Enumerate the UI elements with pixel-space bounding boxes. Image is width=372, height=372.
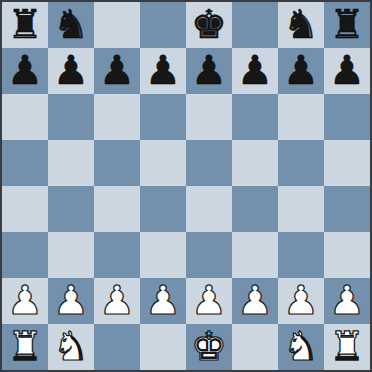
square-b3[interactable]: [48, 232, 94, 278]
square-f5[interactable]: [232, 140, 278, 186]
black-pawn[interactable]: ♟: [237, 47, 273, 93]
square-g4[interactable]: [278, 186, 324, 232]
square-h2[interactable]: ♟: [324, 278, 370, 324]
square-a4[interactable]: [2, 186, 48, 232]
white-king[interactable]: ♚: [191, 323, 227, 369]
square-c7[interactable]: ♟: [94, 48, 140, 94]
black-pawn[interactable]: ♟: [191, 47, 227, 93]
square-d5[interactable]: [140, 140, 186, 186]
square-c1[interactable]: [94, 324, 140, 370]
square-h5[interactable]: [324, 140, 370, 186]
square-h6[interactable]: [324, 94, 370, 140]
black-pawn[interactable]: ♟: [145, 47, 181, 93]
square-d2[interactable]: ♟: [140, 278, 186, 324]
black-pawn[interactable]: ♟: [53, 47, 89, 93]
square-b8[interactable]: ♞: [48, 2, 94, 48]
square-f8[interactable]: [232, 2, 278, 48]
square-h7[interactable]: ♟: [324, 48, 370, 94]
square-h1[interactable]: ♜: [324, 324, 370, 370]
square-a2[interactable]: ♟: [2, 278, 48, 324]
square-a3[interactable]: [2, 232, 48, 278]
white-pawn[interactable]: ♟: [191, 277, 227, 323]
white-pawn[interactable]: ♟: [7, 277, 43, 323]
square-e2[interactable]: ♟: [186, 278, 232, 324]
white-pawn[interactable]: ♟: [237, 277, 273, 323]
square-e1[interactable]: ♚: [186, 324, 232, 370]
black-pawn[interactable]: ♟: [329, 47, 365, 93]
square-b4[interactable]: [48, 186, 94, 232]
square-c8[interactable]: [94, 2, 140, 48]
square-c3[interactable]: [94, 232, 140, 278]
square-h4[interactable]: [324, 186, 370, 232]
white-pawn[interactable]: ♟: [329, 277, 365, 323]
square-c5[interactable]: [94, 140, 140, 186]
chess-board: ♜♞♚♞♜♟♟♟♟♟♟♟♟♟♟♟♟♟♟♟♟♜♞♚♞♜: [0, 0, 372, 372]
square-e7[interactable]: ♟: [186, 48, 232, 94]
white-knight[interactable]: ♞: [53, 323, 89, 369]
black-knight[interactable]: ♞: [53, 1, 89, 47]
square-a6[interactable]: [2, 94, 48, 140]
square-c4[interactable]: [94, 186, 140, 232]
square-f6[interactable]: [232, 94, 278, 140]
square-g3[interactable]: [278, 232, 324, 278]
square-a8[interactable]: ♜: [2, 2, 48, 48]
black-pawn[interactable]: ♟: [283, 47, 319, 93]
black-king[interactable]: ♚: [191, 1, 227, 47]
square-g8[interactable]: ♞: [278, 2, 324, 48]
square-e5[interactable]: [186, 140, 232, 186]
square-a7[interactable]: ♟: [2, 48, 48, 94]
black-pawn[interactable]: ♟: [7, 47, 43, 93]
square-e4[interactable]: [186, 186, 232, 232]
square-h8[interactable]: ♜: [324, 2, 370, 48]
white-pawn[interactable]: ♟: [283, 277, 319, 323]
square-e8[interactable]: ♚: [186, 2, 232, 48]
square-b5[interactable]: [48, 140, 94, 186]
square-a5[interactable]: [2, 140, 48, 186]
square-d7[interactable]: ♟: [140, 48, 186, 94]
square-b2[interactable]: ♟: [48, 278, 94, 324]
square-h3[interactable]: [324, 232, 370, 278]
square-d4[interactable]: [140, 186, 186, 232]
square-b7[interactable]: ♟: [48, 48, 94, 94]
square-b1[interactable]: ♞: [48, 324, 94, 370]
white-pawn[interactable]: ♟: [145, 277, 181, 323]
square-f2[interactable]: ♟: [232, 278, 278, 324]
square-g1[interactable]: ♞: [278, 324, 324, 370]
square-g6[interactable]: [278, 94, 324, 140]
square-f7[interactable]: ♟: [232, 48, 278, 94]
square-f4[interactable]: [232, 186, 278, 232]
square-e6[interactable]: [186, 94, 232, 140]
square-f1[interactable]: [232, 324, 278, 370]
square-d6[interactable]: [140, 94, 186, 140]
square-d3[interactable]: [140, 232, 186, 278]
square-d8[interactable]: [140, 2, 186, 48]
square-c6[interactable]: [94, 94, 140, 140]
square-d1[interactable]: [140, 324, 186, 370]
square-c2[interactable]: ♟: [94, 278, 140, 324]
white-knight[interactable]: ♞: [283, 323, 319, 369]
white-rook[interactable]: ♜: [7, 323, 43, 369]
black-pawn[interactable]: ♟: [99, 47, 135, 93]
black-rook[interactable]: ♜: [329, 1, 365, 47]
square-g7[interactable]: ♟: [278, 48, 324, 94]
square-a1[interactable]: ♜: [2, 324, 48, 370]
square-f3[interactable]: [232, 232, 278, 278]
square-g2[interactable]: ♟: [278, 278, 324, 324]
white-pawn[interactable]: ♟: [99, 277, 135, 323]
white-rook[interactable]: ♜: [329, 323, 365, 369]
black-knight[interactable]: ♞: [283, 1, 319, 47]
white-pawn[interactable]: ♟: [53, 277, 89, 323]
square-b6[interactable]: [48, 94, 94, 140]
square-e3[interactable]: [186, 232, 232, 278]
square-g5[interactable]: [278, 140, 324, 186]
black-rook[interactable]: ♜: [7, 1, 43, 47]
